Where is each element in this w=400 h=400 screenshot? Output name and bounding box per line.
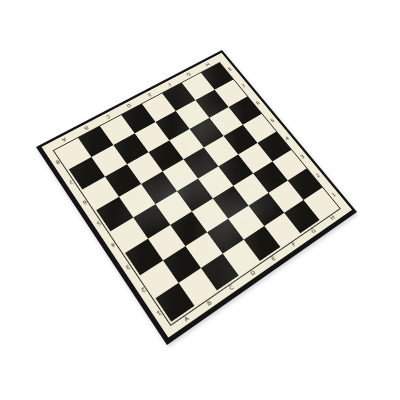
product-photo-background: ABCDEFGH8877665544332211ABCDEFGH (0, 0, 400, 400)
chessboard: ABCDEFGH8877665544332211ABCDEFGH (36, 50, 357, 345)
chessboard-wrap: ABCDEFGH8877665544332211ABCDEFGH (0, 0, 400, 400)
